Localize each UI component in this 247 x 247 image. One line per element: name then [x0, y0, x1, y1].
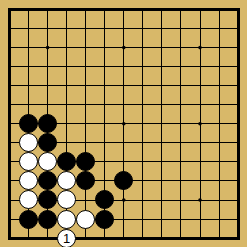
- white-stone: [76, 210, 95, 229]
- black-stone: [114, 171, 133, 190]
- white-stone: [19, 133, 38, 152]
- black-stone: [76, 152, 95, 171]
- white-stone: [38, 152, 57, 171]
- black-stone: [38, 114, 57, 133]
- black-stone: [19, 114, 38, 133]
- white-stone: [57, 190, 76, 209]
- white-stone: [19, 152, 38, 171]
- move-number-label: 1: [63, 230, 70, 247]
- move-1-stone: 1: [57, 229, 76, 247]
- black-stone: [19, 210, 38, 229]
- black-stone: [95, 190, 114, 209]
- black-stone: [38, 133, 57, 152]
- white-stone: [19, 190, 38, 209]
- black-stone: [38, 210, 57, 229]
- black-stone: [95, 210, 114, 229]
- white-stone: [19, 171, 38, 190]
- white-stone: [57, 210, 76, 229]
- white-stone: [57, 171, 76, 190]
- black-stone: [38, 190, 57, 209]
- go-board-diagram: 1: [0, 0, 247, 247]
- black-stone: [76, 171, 95, 190]
- stones-layer: 1: [0, 0, 247, 247]
- black-stone: [57, 152, 76, 171]
- black-stone: [38, 171, 57, 190]
